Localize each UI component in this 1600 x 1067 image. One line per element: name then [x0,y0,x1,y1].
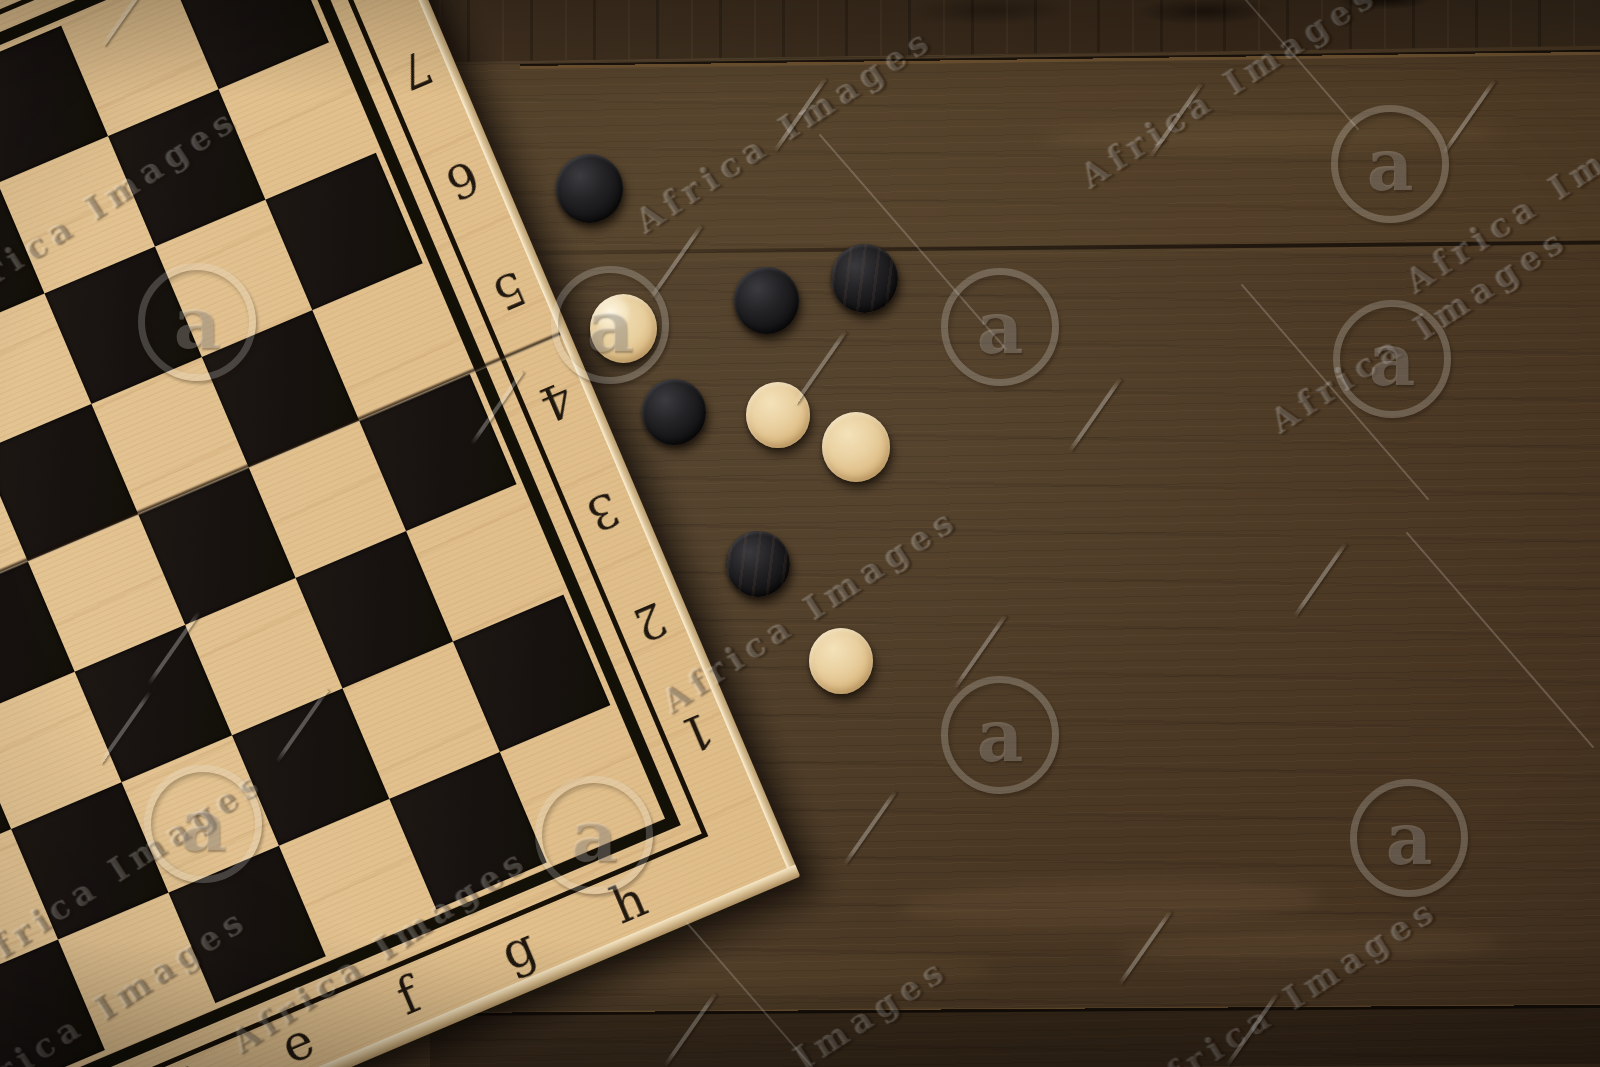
photo-scene: 12345678abcdefgh Africa ImagesAfrica Ima… [0,0,1600,1067]
photo-vignette [0,0,1600,1067]
